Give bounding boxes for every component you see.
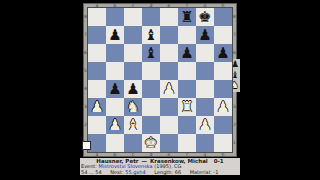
- piece-wn: ♞: [126, 99, 139, 114]
- square-f3[interactable]: ♜: [178, 98, 196, 116]
- piece-wr: ♜: [180, 99, 193, 114]
- piece-bb: ♝: [144, 27, 157, 42]
- square-e6[interactable]: [160, 44, 178, 62]
- next-move-link[interactable]: 55.gxh4: [125, 169, 145, 175]
- rank-label-4: 4: [84, 80, 88, 98]
- rank-label-7: 7: [233, 26, 237, 44]
- square-h2[interactable]: [214, 116, 232, 134]
- square-g1[interactable]: [196, 134, 214, 152]
- square-h1[interactable]: [214, 134, 232, 152]
- square-c7[interactable]: [124, 26, 142, 44]
- square-g8[interactable]: ♚: [196, 8, 214, 26]
- file-labels-bottom: abcdefgh: [88, 153, 232, 157]
- square-e4[interactable]: ♟: [160, 80, 178, 98]
- square-a4[interactable]: [88, 80, 106, 98]
- video-frame: { "game": "chess", "position": "5rk1/1p1…: [0, 0, 320, 180]
- square-e3[interactable]: [160, 98, 178, 116]
- chess-board: ♜♚♟♝♟♝♟♟♟♟♟♟♞♜♟♟♝♟♚: [88, 8, 232, 152]
- square-h7[interactable]: [214, 26, 232, 44]
- square-a2[interactable]: [88, 116, 106, 134]
- square-d4[interactable]: [142, 80, 160, 98]
- square-a8[interactable]: [88, 8, 106, 26]
- piece-bb: ♝: [144, 45, 157, 60]
- piece-wp: ♟: [108, 117, 121, 132]
- square-d8[interactable]: [142, 8, 160, 26]
- rank-label-3: 3: [84, 98, 88, 116]
- square-f2[interactable]: [178, 116, 196, 134]
- material-value: -1: [213, 169, 218, 175]
- material-balance-tray: ♟♝♞: [233, 59, 240, 92]
- square-b7[interactable]: ♟: [106, 26, 124, 44]
- square-e7[interactable]: [160, 26, 178, 44]
- square-c5[interactable]: [124, 62, 142, 80]
- piece-bp: ♟: [126, 81, 139, 96]
- square-d3[interactable]: [142, 98, 160, 116]
- file-label-d: d: [142, 153, 160, 158]
- square-g5[interactable]: [196, 62, 214, 80]
- piece-bp: ♟: [108, 27, 121, 42]
- square-d6[interactable]: ♝: [142, 44, 160, 62]
- square-g7[interactable]: ♟: [196, 26, 214, 44]
- square-d1[interactable]: ♚: [142, 134, 160, 152]
- square-d2[interactable]: [142, 116, 160, 134]
- square-f1[interactable]: [178, 134, 196, 152]
- piece-wp: ♟: [90, 99, 103, 114]
- rank-label-7: 7: [84, 26, 88, 44]
- piece-bp: ♟: [198, 27, 211, 42]
- square-g6[interactable]: [196, 44, 214, 62]
- rank-labels-left: 87654321: [84, 8, 88, 152]
- video-content-area: abcdefgh abcdefgh 87654321 87654321 ♜♚♟♝…: [80, 0, 240, 180]
- file-label-a: a: [88, 153, 106, 158]
- piece-bp: ♟: [108, 81, 121, 96]
- status-line: 54 ... 54 Next: 55.gxh4 Length: 66 Mater…: [80, 170, 240, 176]
- white-to-move-indicator: [82, 141, 91, 150]
- piece-br: ♜: [180, 9, 193, 24]
- file-label-h: h: [214, 153, 232, 158]
- square-b4[interactable]: ♟: [106, 80, 124, 98]
- next-label: Next:: [110, 169, 123, 175]
- game-info-panel: Hausner, Petr—Krasenkow, Michal0-1 Event…: [80, 158, 240, 175]
- square-g2[interactable]: ♟: [196, 116, 214, 134]
- square-b5[interactable]: [106, 62, 124, 80]
- square-c6[interactable]: [124, 44, 142, 62]
- square-f6[interactable]: ♟: [178, 44, 196, 62]
- square-a3[interactable]: ♟: [88, 98, 106, 116]
- square-c3[interactable]: ♞: [124, 98, 142, 116]
- square-e8[interactable]: [160, 8, 178, 26]
- piece-wk: ♚: [144, 135, 157, 150]
- length-value: 66: [175, 169, 181, 175]
- piece-wp: ♟: [198, 117, 211, 132]
- file-label-c: c: [124, 153, 142, 158]
- tray-piece-bb: ♝: [233, 70, 240, 81]
- square-g4[interactable]: [196, 80, 214, 98]
- file-label-e: e: [160, 153, 178, 158]
- piece-bp: ♟: [216, 45, 229, 60]
- square-e1[interactable]: [160, 134, 178, 152]
- square-b1[interactable]: [106, 134, 124, 152]
- square-d5[interactable]: [142, 62, 160, 80]
- square-g3[interactable]: [196, 98, 214, 116]
- tray-piece-bp: ♟: [233, 59, 240, 70]
- piece-wp: ♟: [216, 99, 229, 114]
- square-a5[interactable]: [88, 62, 106, 80]
- square-b3[interactable]: [106, 98, 124, 116]
- square-c4[interactable]: ♟: [124, 80, 142, 98]
- square-c1[interactable]: [124, 134, 142, 152]
- square-f8[interactable]: ♜: [178, 8, 196, 26]
- move-counter: 54 ... 54: [81, 169, 102, 175]
- square-f4[interactable]: [178, 80, 196, 98]
- piece-bk: ♚: [198, 9, 211, 24]
- square-f5[interactable]: [178, 62, 196, 80]
- square-a7[interactable]: [88, 26, 106, 44]
- square-c8[interactable]: [124, 8, 142, 26]
- square-c2[interactable]: ♝: [124, 116, 142, 134]
- square-b6[interactable]: [106, 44, 124, 62]
- length-label: Length:: [154, 169, 173, 175]
- material-label: Material:: [190, 169, 212, 175]
- square-h5[interactable]: [214, 62, 232, 80]
- rank-label-2: 2: [84, 116, 88, 134]
- square-b2[interactable]: ♟: [106, 116, 124, 134]
- rank-label-1: 1: [233, 134, 237, 152]
- square-h4[interactable]: [214, 80, 232, 98]
- square-a6[interactable]: [88, 44, 106, 62]
- square-f7[interactable]: [178, 26, 196, 44]
- tray-piece-wn: ♞: [233, 80, 240, 91]
- rank-label-8: 8: [233, 8, 237, 26]
- piece-wb: ♝: [126, 117, 139, 132]
- game-result: 0-1: [214, 158, 224, 164]
- piece-wp: ♟: [162, 81, 175, 96]
- square-b8[interactable]: [106, 8, 124, 26]
- rank-label-3: 3: [233, 98, 237, 116]
- board-frame: abcdefgh abcdefgh 87654321 87654321 ♜♚♟♝…: [83, 3, 237, 157]
- rank-label-8: 8: [84, 8, 88, 26]
- piece-bp: ♟: [180, 45, 193, 60]
- square-e2[interactable]: [160, 116, 178, 134]
- square-h6[interactable]: ♟: [214, 44, 232, 62]
- square-h3[interactable]: ♟: [214, 98, 232, 116]
- square-h8[interactable]: [214, 8, 232, 26]
- file-label-g: g: [196, 153, 214, 158]
- square-e5[interactable]: [160, 62, 178, 80]
- square-d7[interactable]: ♝: [142, 26, 160, 44]
- file-label-b: b: [106, 153, 124, 158]
- rank-label-2: 2: [233, 116, 237, 134]
- rank-label-5: 5: [84, 62, 88, 80]
- file-labels-top: abcdefgh: [88, 4, 232, 8]
- file-label-f: f: [178, 153, 196, 158]
- rank-label-6: 6: [84, 44, 88, 62]
